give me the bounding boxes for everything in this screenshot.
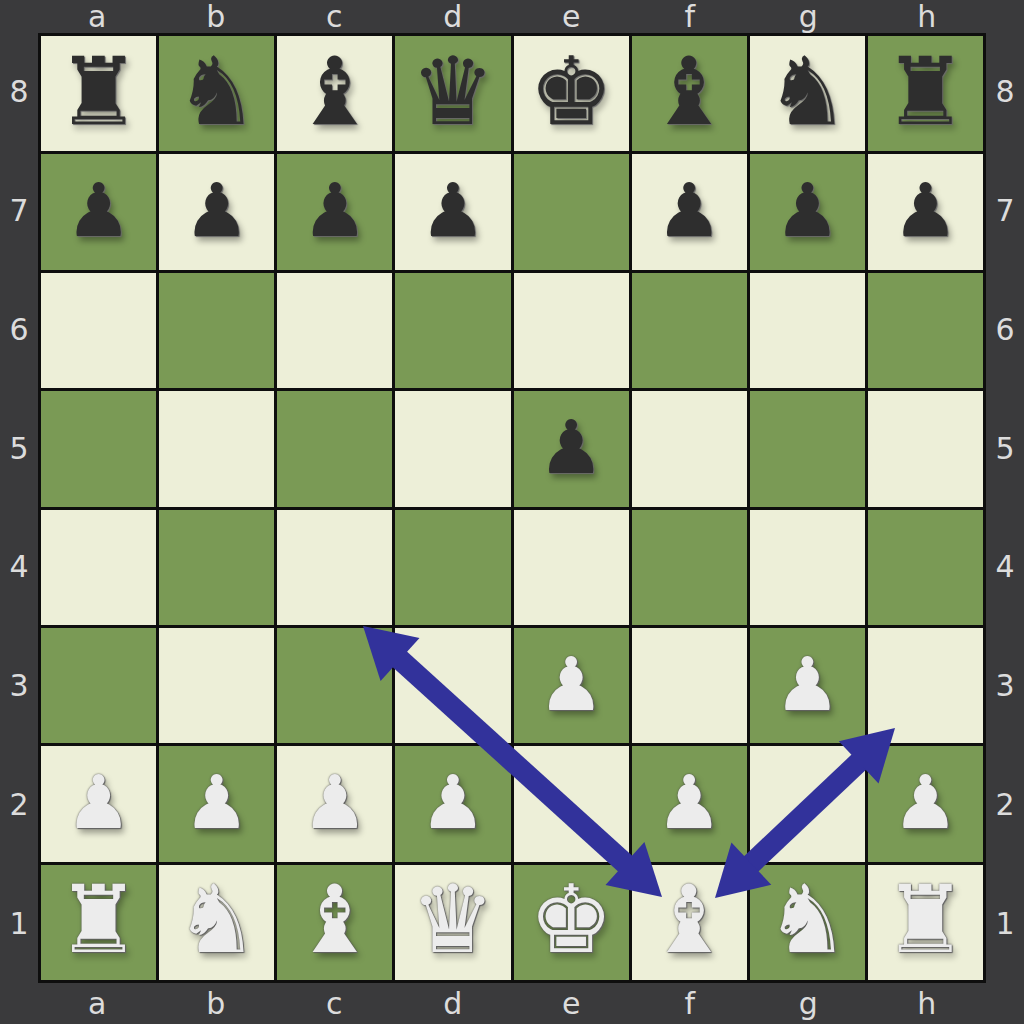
piece-bB-c8[interactable]: ♝ <box>293 45 377 139</box>
square-g7[interactable]: ♟ <box>750 154 865 269</box>
file-label-a: a <box>38 985 157 1023</box>
rank-label-4: 4 <box>0 508 38 627</box>
square-a7[interactable]: ♟ <box>41 154 156 269</box>
square-a3[interactable] <box>41 628 156 743</box>
square-c7[interactable]: ♟ <box>277 154 392 269</box>
file-label-g: g <box>749 0 868 33</box>
square-h8[interactable]: ♜ <box>868 36 983 151</box>
square-g5[interactable] <box>750 391 865 506</box>
square-f8[interactable]: ♝ <box>632 36 747 151</box>
square-d8[interactable]: ♛ <box>395 36 510 151</box>
piece-bR-a8[interactable]: ♜ <box>56 45 140 139</box>
square-d6[interactable] <box>395 273 510 388</box>
piece-wP-g3[interactable]: ♟ <box>774 647 840 721</box>
square-f5[interactable] <box>632 391 747 506</box>
square-g1[interactable]: ♞ <box>750 865 865 980</box>
square-c2[interactable]: ♟ <box>277 746 392 861</box>
rank-label-3: 3 <box>986 627 1024 746</box>
square-e2[interactable] <box>514 746 629 861</box>
square-b5[interactable] <box>159 391 274 506</box>
piece-wR-a1[interactable]: ♜ <box>56 873 140 967</box>
square-h5[interactable] <box>868 391 983 506</box>
rank-label-6: 6 <box>0 271 38 390</box>
rank-label-5: 5 <box>0 389 38 508</box>
piece-bP-a7[interactable]: ♟ <box>65 173 131 247</box>
square-c8[interactable]: ♝ <box>277 36 392 151</box>
file-label-e: e <box>512 985 631 1023</box>
square-e6[interactable] <box>514 273 629 388</box>
piece-bN-b8[interactable]: ♞ <box>175 45 259 139</box>
piece-bP-b7[interactable]: ♟ <box>184 173 250 247</box>
rank-label-2: 2 <box>0 746 38 865</box>
piece-wP-c2[interactable]: ♟ <box>302 765 368 839</box>
rank-label-6: 6 <box>986 271 1024 390</box>
square-c5[interactable] <box>277 391 392 506</box>
file-label-b: b <box>157 985 276 1023</box>
rank-label-4: 4 <box>986 508 1024 627</box>
piece-bP-h7[interactable]: ♟ <box>892 173 958 247</box>
piece-bP-f7[interactable]: ♟ <box>656 173 722 247</box>
piece-bQ-d8[interactable]: ♛ <box>411 45 495 139</box>
piece-bP-g7[interactable]: ♟ <box>774 173 840 247</box>
rank-labels-left: 87654321 <box>0 33 38 983</box>
rank-labels-right: 87654321 <box>986 33 1024 983</box>
square-d7[interactable]: ♟ <box>395 154 510 269</box>
rank-label-7: 7 <box>0 152 38 271</box>
file-label-a: a <box>38 0 157 33</box>
square-h3[interactable] <box>868 628 983 743</box>
piece-bP-e5[interactable]: ♟ <box>538 410 604 484</box>
square-e5[interactable]: ♟ <box>514 391 629 506</box>
piece-bK-e8[interactable]: ♚ <box>529 45 613 139</box>
square-b3[interactable] <box>159 628 274 743</box>
rank-label-1: 1 <box>986 864 1024 983</box>
file-label-c: c <box>275 985 394 1023</box>
rank-label-3: 3 <box>0 627 38 746</box>
square-b8[interactable]: ♞ <box>159 36 274 151</box>
piece-wP-b2[interactable]: ♟ <box>184 765 250 839</box>
file-label-f: f <box>631 985 750 1023</box>
square-g2[interactable] <box>750 746 865 861</box>
piece-bB-f8[interactable]: ♝ <box>647 45 731 139</box>
square-a1[interactable]: ♜ <box>41 865 156 980</box>
square-f1[interactable]: ♝ <box>632 865 747 980</box>
file-labels-top: abcdefgh <box>38 0 986 33</box>
file-label-c: c <box>275 0 394 33</box>
piece-bR-h8[interactable]: ♜ <box>883 45 967 139</box>
square-h6[interactable] <box>868 273 983 388</box>
file-label-f: f <box>631 0 750 33</box>
square-a4[interactable] <box>41 510 156 625</box>
square-g6[interactable] <box>750 273 865 388</box>
square-f6[interactable] <box>632 273 747 388</box>
square-f4[interactable] <box>632 510 747 625</box>
piece-wP-e3[interactable]: ♟ <box>538 647 604 721</box>
square-f7[interactable]: ♟ <box>632 154 747 269</box>
square-d2[interactable]: ♟ <box>395 746 510 861</box>
square-b1[interactable]: ♞ <box>159 865 274 980</box>
square-e7[interactable] <box>514 154 629 269</box>
square-a8[interactable]: ♜ <box>41 36 156 151</box>
piece-wP-a2[interactable]: ♟ <box>65 765 131 839</box>
piece-wB-c1[interactable]: ♝ <box>293 873 377 967</box>
piece-wN-b1[interactable]: ♞ <box>175 873 259 967</box>
file-label-h: h <box>868 985 987 1023</box>
square-b7[interactable]: ♟ <box>159 154 274 269</box>
square-h1[interactable]: ♜ <box>868 865 983 980</box>
square-a2[interactable]: ♟ <box>41 746 156 861</box>
rank-label-7: 7 <box>986 152 1024 271</box>
file-label-d: d <box>394 985 513 1023</box>
file-label-d: d <box>394 0 513 33</box>
piece-wP-f2[interactable]: ♟ <box>656 765 722 839</box>
square-e8[interactable]: ♚ <box>514 36 629 151</box>
piece-wP-h2[interactable]: ♟ <box>892 765 958 839</box>
square-g4[interactable] <box>750 510 865 625</box>
square-a6[interactable] <box>41 273 156 388</box>
piece-bP-d7[interactable]: ♟ <box>420 173 486 247</box>
square-d1[interactable]: ♛ <box>395 865 510 980</box>
rank-label-1: 1 <box>0 864 38 983</box>
square-h2[interactable]: ♟ <box>868 746 983 861</box>
square-e3[interactable]: ♟ <box>514 628 629 743</box>
square-d5[interactable] <box>395 391 510 506</box>
square-e4[interactable] <box>514 510 629 625</box>
piece-wR-h1[interactable]: ♜ <box>883 873 967 967</box>
rank-label-8: 8 <box>986 33 1024 152</box>
square-g3[interactable]: ♟ <box>750 628 865 743</box>
piece-bN-g8[interactable]: ♞ <box>765 45 849 139</box>
square-g8[interactable]: ♞ <box>750 36 865 151</box>
file-label-b: b <box>157 0 276 33</box>
rank-label-5: 5 <box>986 389 1024 508</box>
piece-bP-c7[interactable]: ♟ <box>302 173 368 247</box>
square-b6[interactable] <box>159 273 274 388</box>
piece-wK-e1[interactable]: ♚ <box>529 873 613 967</box>
square-f2[interactable]: ♟ <box>632 746 747 861</box>
piece-wP-d2[interactable]: ♟ <box>420 765 486 839</box>
square-c4[interactable] <box>277 510 392 625</box>
square-h4[interactable] <box>868 510 983 625</box>
square-c6[interactable] <box>277 273 392 388</box>
square-a5[interactable] <box>41 391 156 506</box>
file-label-h: h <box>868 0 987 33</box>
file-labels-bottom: abcdefgh <box>38 985 986 1023</box>
piece-wN-g1[interactable]: ♞ <box>765 873 849 967</box>
piece-wQ-d1[interactable]: ♛ <box>411 873 495 967</box>
piece-wB-f1[interactable]: ♝ <box>647 873 731 967</box>
square-c1[interactable]: ♝ <box>277 865 392 980</box>
chess-app: abcdefgh abcdefgh 87654321 87654321 ♜♞♝♛… <box>0 0 1024 1024</box>
square-b2[interactable]: ♟ <box>159 746 274 861</box>
square-f3[interactable] <box>632 628 747 743</box>
square-c3[interactable] <box>277 628 392 743</box>
square-b4[interactable] <box>159 510 274 625</box>
square-d3[interactable] <box>395 628 510 743</box>
chess-board: ♜♞♝♛♚♝♞♜♟♟♟♟♟♟♟♟♟♟♟♟♟♟♟♟♜♞♝♛♚♝♞♜ <box>38 33 986 983</box>
rank-label-8: 8 <box>0 33 38 152</box>
rank-label-2: 2 <box>986 746 1024 865</box>
file-label-e: e <box>512 0 631 33</box>
square-d4[interactable] <box>395 510 510 625</box>
file-label-g: g <box>749 985 868 1023</box>
square-h7[interactable]: ♟ <box>868 154 983 269</box>
square-e1[interactable]: ♚ <box>514 865 629 980</box>
